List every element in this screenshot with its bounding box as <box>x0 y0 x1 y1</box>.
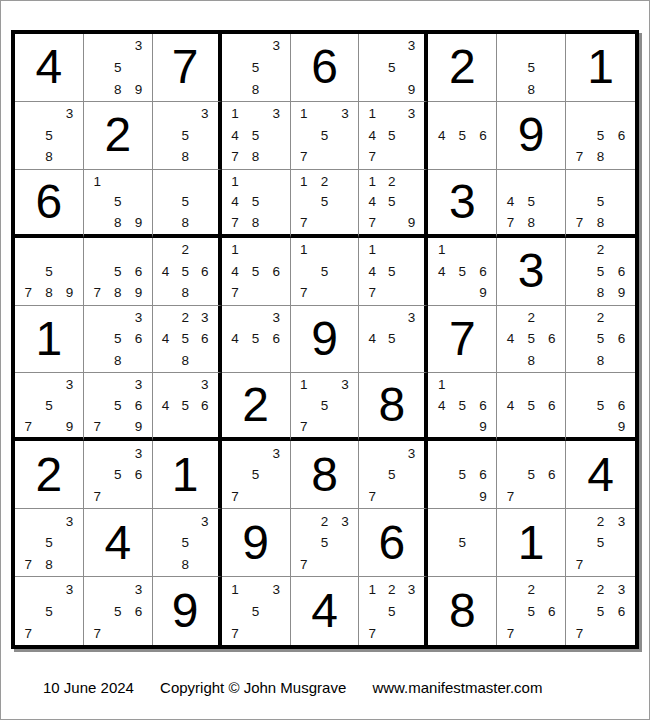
pencil-mark-pos-5: 5 <box>39 125 60 147</box>
pencil-mark-pos-3: 3 <box>59 374 80 395</box>
pencil-mark-pos-4: 4 <box>500 191 521 212</box>
pencil-mark-pos-5: 5 <box>314 125 335 147</box>
cell-r4c3[interactable]: 24568 <box>153 238 222 306</box>
pencil-mark-pos-7 <box>431 553 452 575</box>
pencil-marks: 569 <box>569 374 632 436</box>
pencil-mark-pos-4 <box>362 464 382 486</box>
pencil-mark-pos-9 <box>335 146 356 168</box>
pencil-mark-pos-8: 8 <box>39 146 60 168</box>
pencil-mark-pos-2 <box>39 103 60 125</box>
pencil-mark-pos-7 <box>87 350 108 372</box>
pencil-marks: 2567 <box>500 578 562 644</box>
pencil-mark-pos-6 <box>402 464 422 486</box>
cell-r4c6[interactable]: 1457 <box>359 238 428 306</box>
pencil-mark-pos-7: 7 <box>569 212 590 233</box>
pencil-mark-pos-8: 8 <box>175 282 195 304</box>
pencil-mark-pos-3: 3 <box>402 307 422 329</box>
cell-r7c2[interactable]: 3567 <box>84 441 153 509</box>
pencil-mark-pos-3: 3 <box>195 510 215 532</box>
pencil-mark-pos-4: 4 <box>431 395 452 416</box>
pencil-mark-pos-2: 2 <box>314 171 335 192</box>
pencil-mark-pos-9: 9 <box>128 212 149 233</box>
cell-r2c8[interactable]: 9 <box>497 102 566 170</box>
pencil-mark-pos-8: 8 <box>108 78 129 100</box>
cell-r8c3[interactable]: 358 <box>153 509 222 577</box>
pencil-mark-pos-1: 1 <box>362 103 382 125</box>
pencil-mark-pos-7: 7 <box>362 622 382 644</box>
pencil-mark-pos-6: 6 <box>195 260 215 282</box>
cell-r7c4[interactable]: 357 <box>222 441 291 509</box>
pencil-marks: 3589 <box>87 35 149 100</box>
pencil-mark-pos-2: 2 <box>314 510 335 532</box>
pencil-mark-pos-9 <box>59 146 80 168</box>
pencil-mark-pos-5: 5 <box>314 532 335 554</box>
pencil-mark-pos-6 <box>402 125 422 147</box>
pencil-mark-pos-4 <box>87 600 108 622</box>
pencil-mark-pos-4 <box>569 532 590 554</box>
pencil-mark-pos-1 <box>569 307 590 329</box>
pencil-mark-pos-5: 5 <box>382 328 402 350</box>
solved-digit: 1 <box>36 315 63 363</box>
pencil-mark-pos-5: 5 <box>39 600 60 622</box>
pencil-mark-pos-8 <box>108 486 129 508</box>
cell-r6c6[interactable]: 8 <box>359 373 428 441</box>
pencil-mark-pos-1: 1 <box>294 239 315 261</box>
pencil-mark-pos-3: 3 <box>128 374 149 395</box>
pencil-mark-pos-8: 8 <box>590 282 611 304</box>
pencil-mark-pos-8 <box>245 486 266 508</box>
cell-r4c8[interactable]: 3 <box>497 238 566 306</box>
cell-r5c1[interactable]: 1 <box>15 306 84 374</box>
pencil-mark-pos-9 <box>611 212 632 233</box>
pencil-mark-pos-7: 7 <box>500 486 521 508</box>
pencil-mark-pos-8 <box>314 553 335 575</box>
cell-r6c8[interactable]: 456 <box>497 373 566 441</box>
pencil-mark-pos-2 <box>382 103 402 125</box>
pencil-mark-pos-9 <box>195 553 215 575</box>
solved-digit: 9 <box>172 587 199 635</box>
pencil-mark-pos-1: 1 <box>362 239 382 261</box>
cell-r5c5[interactable]: 9 <box>291 306 360 374</box>
cell-r5c3[interactable]: 234568 <box>153 306 222 374</box>
cell-r7c5[interactable]: 8 <box>291 441 360 509</box>
cell-r9c9[interactable]: 23567 <box>566 577 635 645</box>
pencil-mark-pos-8: 8 <box>39 553 60 575</box>
pencil-mark-pos-5: 5 <box>382 125 402 147</box>
pencil-mark-pos-2 <box>314 374 335 395</box>
pencil-mark-pos-7 <box>431 486 452 508</box>
pencil-mark-pos-1: 1 <box>225 578 246 600</box>
cell-r6c3[interactable]: 3456 <box>153 373 222 441</box>
pencil-marks: 2357 <box>294 510 356 575</box>
pencil-mark-pos-4 <box>18 395 39 416</box>
pencil-mark-pos-8 <box>39 622 60 644</box>
pencil-mark-pos-7: 7 <box>87 486 108 508</box>
pencil-mark-pos-2 <box>39 374 60 395</box>
pencil-mark-pos-3 <box>541 307 562 329</box>
pencil-mark-pos-2: 2 <box>521 578 542 600</box>
pencil-mark-pos-2 <box>245 442 266 464</box>
pencil-mark-pos-8: 8 <box>108 282 129 304</box>
pencil-mark-pos-9: 9 <box>128 416 149 437</box>
pencil-mark-pos-4 <box>87 395 108 416</box>
pencil-mark-pos-3: 3 <box>128 578 149 600</box>
pencil-marks: 358 <box>156 510 215 575</box>
pencil-mark-pos-7: 7 <box>569 622 590 644</box>
pencil-mark-pos-2 <box>108 307 129 329</box>
pencil-mark-pos-4 <box>569 395 590 416</box>
pencil-mark-pos-1 <box>294 510 315 532</box>
pencil-mark-pos-2: 2 <box>382 171 402 192</box>
pencil-mark-pos-4: 4 <box>156 395 176 416</box>
pencil-mark-pos-8: 8 <box>590 212 611 233</box>
cell-r1c5[interactable]: 6 <box>291 34 360 102</box>
cell-r2c3[interactable]: 358 <box>153 102 222 170</box>
solved-digit: 2 <box>36 451 63 499</box>
pencil-mark-pos-8 <box>245 622 266 644</box>
cell-r5c9[interactable]: 2568 <box>566 306 635 374</box>
pencil-mark-pos-9 <box>335 212 356 233</box>
pencil-marks: 2568 <box>569 307 632 372</box>
pencil-mark-pos-3: 3 <box>59 103 80 125</box>
pencil-mark-pos-5: 5 <box>245 260 266 282</box>
pencil-mark-pos-7: 7 <box>225 146 246 168</box>
pencil-mark-pos-3 <box>128 171 149 192</box>
pencil-mark-pos-1: 1 <box>431 374 452 395</box>
pencil-mark-pos-4 <box>500 600 521 622</box>
pencil-mark-pos-1 <box>362 35 382 57</box>
pencil-mark-pos-3: 3 <box>266 307 287 329</box>
cell-r1c2[interactable]: 3589 <box>84 34 153 102</box>
cell-r8c4[interactable]: 9 <box>222 509 291 577</box>
pencil-mark-pos-5: 5 <box>39 395 60 416</box>
pencil-mark-pos-7: 7 <box>569 146 590 168</box>
pencil-mark-pos-5: 5 <box>108 600 129 622</box>
pencil-marks: 1357 <box>225 578 287 644</box>
cell-r1c1[interactable]: 4 <box>15 34 84 102</box>
solved-digit: 3 <box>518 247 545 295</box>
pencil-mark-pos-5: 5 <box>175 191 195 212</box>
cell-r6c7[interactable]: 14569 <box>428 373 497 441</box>
pencil-mark-pos-6 <box>335 125 356 147</box>
pencil-mark-pos-6 <box>335 191 356 212</box>
pencil-marks: 5 <box>431 510 493 575</box>
pencil-mark-pos-8 <box>590 622 611 644</box>
solved-digit: 4 <box>36 43 63 91</box>
pencil-mark-pos-6 <box>266 57 287 79</box>
pencil-mark-pos-4 <box>156 125 176 147</box>
pencil-mark-pos-2 <box>245 239 266 261</box>
cell-r5c2[interactable]: 3568 <box>84 306 153 374</box>
pencil-mark-pos-9 <box>195 282 215 304</box>
cell-r8c9[interactable]: 2357 <box>566 509 635 577</box>
cell-r6c5[interactable]: 1357 <box>291 373 360 441</box>
pencil-mark-pos-5: 5 <box>175 532 195 554</box>
pencil-mark-pos-8 <box>590 416 611 437</box>
cell-r2c5[interactable]: 1357 <box>291 102 360 170</box>
cell-r1c7[interactable]: 2 <box>428 34 497 102</box>
pencil-mark-pos-7 <box>87 212 108 233</box>
solved-digit: 4 <box>311 587 338 635</box>
pencil-mark-pos-5: 5 <box>452 125 473 147</box>
cell-r7c7[interactable]: 569 <box>428 441 497 509</box>
pencil-mark-pos-1 <box>225 35 246 57</box>
cell-r4c7[interactable]: 14569 <box>428 238 497 306</box>
pencil-mark-pos-8 <box>245 350 266 372</box>
cell-r3c3[interactable]: 58 <box>153 170 222 238</box>
pencil-mark-pos-9 <box>541 486 562 508</box>
pencil-mark-pos-7 <box>18 146 39 168</box>
pencil-mark-pos-6: 6 <box>128 464 149 486</box>
cell-r6c9[interactable]: 569 <box>566 373 635 441</box>
pencil-mark-pos-8: 8 <box>175 350 195 372</box>
cell-r7c3[interactable]: 1 <box>153 441 222 509</box>
pencil-mark-pos-1 <box>569 103 590 125</box>
pencil-mark-pos-4: 4 <box>225 125 246 147</box>
pencil-mark-pos-2 <box>245 171 266 192</box>
pencil-mark-pos-4 <box>431 532 452 554</box>
cell-r8c6[interactable]: 6 <box>359 509 428 577</box>
cell-r8c2[interactable]: 4 <box>84 509 153 577</box>
pencil-mark-pos-7 <box>87 78 108 100</box>
cell-r3c9[interactable]: 578 <box>566 170 635 238</box>
cell-r7c1[interactable]: 2 <box>15 441 84 509</box>
pencil-mark-pos-2 <box>452 442 473 464</box>
cell-r7c6[interactable]: 357 <box>359 441 428 509</box>
pencil-marks: 4578 <box>500 171 562 233</box>
pencil-mark-pos-2 <box>245 307 266 329</box>
cell-r2c7[interactable]: 456 <box>428 102 497 170</box>
pencil-mark-pos-9 <box>59 622 80 644</box>
pencil-mark-pos-4: 4 <box>225 328 246 350</box>
pencil-mark-pos-1 <box>156 374 176 395</box>
pencil-mark-pos-5: 5 <box>521 57 542 79</box>
pencil-marks: 5789 <box>18 239 80 304</box>
pencil-mark-pos-2 <box>521 374 542 395</box>
cell-r6c1[interactable]: 3579 <box>15 373 84 441</box>
pencil-mark-pos-4: 4 <box>431 125 452 147</box>
cell-r2c9[interactable]: 5678 <box>566 102 635 170</box>
cell-r9c8[interactable]: 2567 <box>497 577 566 645</box>
pencil-mark-pos-2 <box>175 510 195 532</box>
pencil-marks: 358 <box>225 35 287 100</box>
pencil-mark-pos-5: 5 <box>108 57 129 79</box>
pencil-mark-pos-3 <box>541 374 562 395</box>
pencil-mark-pos-7 <box>500 350 521 372</box>
solved-digit: 9 <box>311 315 338 363</box>
pencil-mark-pos-7: 7 <box>18 553 39 575</box>
cell-r4c1[interactable]: 5789 <box>15 238 84 306</box>
pencil-mark-pos-3: 3 <box>402 442 422 464</box>
pencil-mark-pos-7: 7 <box>294 282 315 304</box>
pencil-mark-pos-1 <box>156 103 176 125</box>
pencil-mark-pos-2 <box>108 374 129 395</box>
cell-r3c8[interactable]: 4578 <box>497 170 566 238</box>
pencil-marks: 56789 <box>87 239 149 304</box>
pencil-mark-pos-9 <box>128 622 149 644</box>
cell-r9c2[interactable]: 3567 <box>84 577 153 645</box>
pencil-mark-pos-9 <box>128 350 149 372</box>
cell-r9c7[interactable]: 8 <box>428 577 497 645</box>
pencil-mark-pos-7 <box>156 416 176 437</box>
pencil-mark-pos-6: 6 <box>541 464 562 486</box>
pencil-mark-pos-3: 3 <box>266 442 287 464</box>
pencil-mark-pos-4 <box>87 57 108 79</box>
pencil-mark-pos-1: 1 <box>362 578 382 600</box>
cell-r7c8[interactable]: 567 <box>497 441 566 509</box>
pencil-mark-pos-1: 1 <box>87 171 108 192</box>
cell-r8c7[interactable]: 5 <box>428 509 497 577</box>
pencil-mark-pos-6: 6 <box>473 260 494 282</box>
cell-r1c8[interactable]: 58 <box>497 34 566 102</box>
cell-r1c6[interactable]: 359 <box>359 34 428 102</box>
pencil-mark-pos-2 <box>452 239 473 261</box>
cell-r9c6[interactable]: 12357 <box>359 577 428 645</box>
pencil-mark-pos-3 <box>195 171 215 192</box>
pencil-mark-pos-9: 9 <box>402 78 422 100</box>
pencil-mark-pos-7 <box>156 553 176 575</box>
pencil-mark-pos-9: 9 <box>611 416 632 437</box>
cell-r8c5[interactable]: 2357 <box>291 509 360 577</box>
pencil-mark-pos-7 <box>362 350 382 372</box>
pencil-mark-pos-7 <box>156 282 176 304</box>
cell-r2c4[interactable]: 134578 <box>222 102 291 170</box>
cell-r4c4[interactable]: 14567 <box>222 238 291 306</box>
solved-digit: 7 <box>172 43 199 91</box>
pencil-mark-pos-9 <box>402 622 422 644</box>
pencil-mark-pos-7: 7 <box>362 282 382 304</box>
cell-r1c3[interactable]: 7 <box>153 34 222 102</box>
pencil-mark-pos-1 <box>500 374 521 395</box>
pencil-mark-pos-8 <box>314 416 335 437</box>
cell-r8c1[interactable]: 3578 <box>15 509 84 577</box>
pencil-mark-pos-1 <box>156 510 176 532</box>
pencil-mark-pos-1: 1 <box>362 171 382 192</box>
pencil-mark-pos-6: 6 <box>128 395 149 416</box>
pencil-marks: 14569 <box>431 239 493 304</box>
cell-r4c2[interactable]: 56789 <box>84 238 153 306</box>
pencil-marks: 24568 <box>156 239 215 304</box>
solved-digit: 4 <box>587 451 614 499</box>
pencil-mark-pos-1 <box>87 374 108 395</box>
pencil-mark-pos-4 <box>156 532 176 554</box>
pencil-mark-pos-7: 7 <box>18 416 39 437</box>
pencil-mark-pos-2: 2 <box>175 239 195 261</box>
pencil-mark-pos-5: 5 <box>521 600 542 622</box>
footer: 10 June 2024 Copyright © John Musgrave w… <box>43 679 542 696</box>
pencil-mark-pos-8: 8 <box>521 78 542 100</box>
pencil-mark-pos-3 <box>473 510 494 532</box>
cell-r5c7[interactable]: 7 <box>428 306 497 374</box>
cell-r9c3[interactable]: 9 <box>153 577 222 645</box>
pencil-mark-pos-6 <box>473 532 494 554</box>
cell-r3c1[interactable]: 6 <box>15 170 84 238</box>
pencil-mark-pos-6 <box>59 260 80 282</box>
pencil-mark-pos-6 <box>541 57 562 79</box>
pencil-mark-pos-5: 5 <box>108 395 129 416</box>
pencil-mark-pos-6: 6 <box>611 328 632 350</box>
cell-r2c1[interactable]: 358 <box>15 102 84 170</box>
cell-r9c4[interactable]: 1357 <box>222 577 291 645</box>
pencil-mark-pos-4 <box>500 57 521 79</box>
pencil-mark-pos-9: 9 <box>59 416 80 437</box>
cell-r1c4[interactable]: 358 <box>222 34 291 102</box>
pencil-mark-pos-2 <box>108 35 129 57</box>
pencil-mark-pos-2: 2 <box>175 307 195 329</box>
cell-r3c2[interactable]: 1589 <box>84 170 153 238</box>
pencil-mark-pos-4 <box>225 57 246 79</box>
pencil-mark-pos-3: 3 <box>335 510 356 532</box>
pencil-mark-pos-7 <box>431 146 452 168</box>
solved-digit: 2 <box>104 111 131 159</box>
cell-r4c9[interactable]: 25689 <box>566 238 635 306</box>
footer-website: www.manifestmaster.com <box>372 679 542 696</box>
cell-r9c1[interactable]: 357 <box>15 577 84 645</box>
pencil-marks: 157 <box>294 239 356 304</box>
pencil-mark-pos-7: 7 <box>87 416 108 437</box>
pencil-mark-pos-7 <box>500 416 521 437</box>
cell-r6c2[interactable]: 35679 <box>84 373 153 441</box>
pencil-marks: 14567 <box>225 239 287 304</box>
pencil-mark-pos-1 <box>225 307 246 329</box>
pencil-mark-pos-6: 6 <box>541 600 562 622</box>
cell-r2c2[interactable]: 2 <box>84 102 153 170</box>
pencil-mark-pos-9 <box>335 553 356 575</box>
pencil-mark-pos-4 <box>156 191 176 212</box>
pencil-mark-pos-3 <box>611 239 632 261</box>
pencil-mark-pos-3: 3 <box>195 374 215 395</box>
cell-r4c5[interactable]: 157 <box>291 238 360 306</box>
cell-r1c9[interactable]: 1 <box>566 34 635 102</box>
cell-r5c6[interactable]: 345 <box>359 306 428 374</box>
pencil-mark-pos-2: 2 <box>590 239 611 261</box>
cell-r8c8[interactable]: 1 <box>497 509 566 577</box>
pencil-mark-pos-1 <box>87 239 108 261</box>
pencil-mark-pos-6 <box>266 125 287 147</box>
pencil-mark-pos-1 <box>156 307 176 329</box>
pencil-mark-pos-7: 7 <box>87 282 108 304</box>
pencil-mark-pos-9 <box>266 350 287 372</box>
pencil-mark-pos-7: 7 <box>294 146 315 168</box>
pencil-marks: 357 <box>225 442 287 507</box>
cell-r6c4[interactable]: 2 <box>222 373 291 441</box>
pencil-marks: 567 <box>500 442 562 507</box>
pencil-marks: 3578 <box>18 510 80 575</box>
pencil-mark-pos-6: 6 <box>195 328 215 350</box>
cell-r9c5[interactable]: 4 <box>291 577 360 645</box>
cell-r3c5[interactable]: 1257 <box>291 170 360 238</box>
pencil-mark-pos-2 <box>39 578 60 600</box>
cell-r7c9[interactable]: 4 <box>566 441 635 509</box>
pencil-mark-pos-3: 3 <box>611 510 632 532</box>
cell-r3c4[interactable]: 14578 <box>222 170 291 238</box>
cell-r5c4[interactable]: 3456 <box>222 306 291 374</box>
pencil-mark-pos-4 <box>225 600 246 622</box>
pencil-mark-pos-9 <box>266 78 287 100</box>
pencil-mark-pos-8 <box>382 282 402 304</box>
pencil-mark-pos-5: 5 <box>314 191 335 212</box>
cell-r2c6[interactable]: 13457 <box>359 102 428 170</box>
cell-r3c7[interactable]: 3 <box>428 170 497 238</box>
cell-r3c6[interactable]: 124579 <box>359 170 428 238</box>
pencil-mark-pos-8 <box>314 146 335 168</box>
pencil-mark-pos-1 <box>362 442 382 464</box>
pencil-mark-pos-8 <box>314 212 335 233</box>
pencil-mark-pos-2 <box>382 307 402 329</box>
pencil-mark-pos-8 <box>452 282 473 304</box>
pencil-marks: 345 <box>362 307 421 372</box>
cell-r5c8[interactable]: 24568 <box>497 306 566 374</box>
